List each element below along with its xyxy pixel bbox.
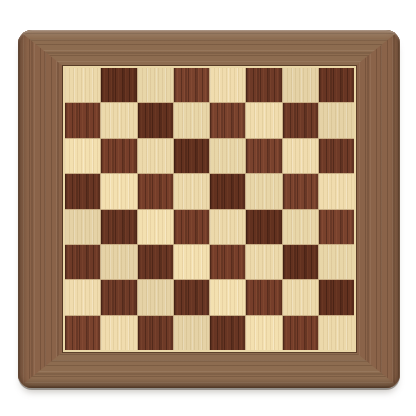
photo-background xyxy=(0,0,416,416)
square-c6[interactable] xyxy=(138,139,173,173)
square-b2[interactable] xyxy=(101,280,136,314)
square-f6[interactable] xyxy=(246,139,281,173)
square-b3[interactable] xyxy=(101,245,136,279)
square-b8[interactable] xyxy=(101,68,136,102)
square-h3[interactable] xyxy=(319,245,354,279)
square-e5[interactable] xyxy=(210,174,245,208)
square-b6[interactable] xyxy=(101,139,136,173)
square-g1[interactable] xyxy=(283,316,318,350)
board-frame-top xyxy=(18,30,400,67)
square-b7[interactable] xyxy=(101,103,136,137)
square-c7[interactable] xyxy=(138,103,173,137)
square-g5[interactable] xyxy=(283,174,318,208)
square-f8[interactable] xyxy=(246,68,281,102)
square-b1[interactable] xyxy=(101,316,136,350)
square-h1[interactable] xyxy=(319,316,354,350)
square-a6[interactable] xyxy=(65,139,100,173)
square-g4[interactable] xyxy=(283,210,318,244)
square-d6[interactable] xyxy=(174,139,209,173)
square-f5[interactable] xyxy=(246,174,281,208)
square-f4[interactable] xyxy=(246,210,281,244)
square-g8[interactable] xyxy=(283,68,318,102)
square-g3[interactable] xyxy=(283,245,318,279)
square-h6[interactable] xyxy=(319,139,354,173)
square-d3[interactable] xyxy=(174,245,209,279)
square-g2[interactable] xyxy=(283,280,318,314)
square-e2[interactable] xyxy=(210,280,245,314)
square-c8[interactable] xyxy=(138,68,173,102)
square-h8[interactable] xyxy=(319,68,354,102)
square-d1[interactable] xyxy=(174,316,209,350)
square-h2[interactable] xyxy=(319,280,354,314)
square-h7[interactable] xyxy=(319,103,354,137)
square-a2[interactable] xyxy=(65,280,100,314)
board-frame-bottom xyxy=(18,351,400,388)
square-e4[interactable] xyxy=(210,210,245,244)
square-c3[interactable] xyxy=(138,245,173,279)
square-a4[interactable] xyxy=(65,210,100,244)
square-h5[interactable] xyxy=(319,174,354,208)
square-h4[interactable] xyxy=(319,210,354,244)
square-c5[interactable] xyxy=(138,174,173,208)
chess-board xyxy=(18,30,400,388)
square-f2[interactable] xyxy=(246,280,281,314)
square-c2[interactable] xyxy=(138,280,173,314)
square-d7[interactable] xyxy=(174,103,209,137)
square-a5[interactable] xyxy=(65,174,100,208)
square-e8[interactable] xyxy=(210,68,245,102)
square-f7[interactable] xyxy=(246,103,281,137)
square-e3[interactable] xyxy=(210,245,245,279)
square-b4[interactable] xyxy=(101,210,136,244)
square-f3[interactable] xyxy=(246,245,281,279)
square-g7[interactable] xyxy=(283,103,318,137)
board-frame-right xyxy=(354,30,400,388)
square-f1[interactable] xyxy=(246,316,281,350)
square-a7[interactable] xyxy=(65,103,100,137)
square-b5[interactable] xyxy=(101,174,136,208)
playing-field xyxy=(63,66,356,352)
square-d8[interactable] xyxy=(174,68,209,102)
square-g6[interactable] xyxy=(283,139,318,173)
square-a1[interactable] xyxy=(65,316,100,350)
square-e7[interactable] xyxy=(210,103,245,137)
board-frame-left xyxy=(18,30,64,388)
square-d2[interactable] xyxy=(174,280,209,314)
square-c4[interactable] xyxy=(138,210,173,244)
square-e6[interactable] xyxy=(210,139,245,173)
square-d4[interactable] xyxy=(174,210,209,244)
square-c1[interactable] xyxy=(138,316,173,350)
square-d5[interactable] xyxy=(174,174,209,208)
squares-grid xyxy=(65,68,354,350)
square-a3[interactable] xyxy=(65,245,100,279)
square-e1[interactable] xyxy=(210,316,245,350)
square-a8[interactable] xyxy=(65,68,100,102)
